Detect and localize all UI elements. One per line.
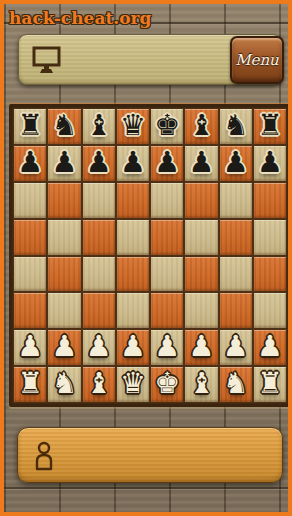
square-f2[interactable]: ♟ <box>185 330 217 365</box>
square-g6[interactable] <box>220 183 252 218</box>
black-pawn[interactable]: ♟ <box>17 148 43 177</box>
white-knight[interactable]: ♞ <box>51 369 77 398</box>
square-b1[interactable]: ♞ <box>48 367 80 402</box>
square-g2[interactable]: ♟ <box>220 330 252 365</box>
chess-board[interactable]: ♜♞♝♛♚♝♞♜♟♟♟♟♟♟♟♟♟♟♟♟♟♟♟♟♜♞♝♛♚♝♞♜ <box>12 107 288 404</box>
square-h6[interactable] <box>254 183 286 218</box>
white-pawn[interactable]: ♟ <box>51 332 77 361</box>
black-bishop[interactable]: ♝ <box>86 111 112 140</box>
square-c7[interactable]: ♟ <box>83 146 115 181</box>
computer-player-bar[interactable]: Menu <box>18 34 282 85</box>
square-f4[interactable] <box>185 257 217 292</box>
square-b3[interactable] <box>48 293 80 328</box>
square-f3[interactable] <box>185 293 217 328</box>
square-d5[interactable] <box>117 220 149 255</box>
square-d7[interactable]: ♟ <box>117 146 149 181</box>
square-a5[interactable] <box>14 220 46 255</box>
square-a1[interactable]: ♜ <box>14 367 46 402</box>
square-g1[interactable]: ♞ <box>220 367 252 402</box>
menu-button[interactable]: Menu <box>230 36 284 84</box>
square-h8[interactable]: ♜ <box>254 109 286 144</box>
black-pawn[interactable]: ♟ <box>188 148 214 177</box>
chess-board-frame: ♜♞♝♛♚♝♞♜♟♟♟♟♟♟♟♟♟♟♟♟♟♟♟♟♜♞♝♛♚♝♞♜ <box>9 104 291 407</box>
square-e2[interactable]: ♟ <box>151 330 183 365</box>
black-pawn[interactable]: ♟ <box>120 148 146 177</box>
square-e4[interactable] <box>151 257 183 292</box>
square-c6[interactable] <box>83 183 115 218</box>
square-c8[interactable]: ♝ <box>83 109 115 144</box>
square-g3[interactable] <box>220 293 252 328</box>
white-pawn[interactable]: ♟ <box>17 332 43 361</box>
white-pawn[interactable]: ♟ <box>120 332 146 361</box>
human-player-bar[interactable] <box>17 427 283 483</box>
white-rook[interactable]: ♜ <box>257 369 283 398</box>
square-f6[interactable] <box>185 183 217 218</box>
white-rook[interactable]: ♜ <box>17 369 43 398</box>
square-h1[interactable]: ♜ <box>254 367 286 402</box>
square-a2[interactable]: ♟ <box>14 330 46 365</box>
square-b5[interactable] <box>48 220 80 255</box>
square-h4[interactable] <box>254 257 286 292</box>
square-c2[interactable]: ♟ <box>83 330 115 365</box>
square-h2[interactable]: ♟ <box>254 330 286 365</box>
white-queen[interactable]: ♛ <box>120 369 146 398</box>
square-e8[interactable]: ♚ <box>151 109 183 144</box>
square-d6[interactable] <box>117 183 149 218</box>
white-bishop[interactable]: ♝ <box>188 369 214 398</box>
white-king[interactable]: ♚ <box>154 369 180 398</box>
black-king[interactable]: ♚ <box>154 111 180 140</box>
player-person-icon <box>33 441 55 471</box>
black-pawn[interactable]: ♟ <box>223 148 249 177</box>
square-c4[interactable] <box>83 257 115 292</box>
square-f1[interactable]: ♝ <box>185 367 217 402</box>
black-bishop[interactable]: ♝ <box>188 111 214 140</box>
white-bishop[interactable]: ♝ <box>86 369 112 398</box>
square-e5[interactable] <box>151 220 183 255</box>
square-h3[interactable] <box>254 293 286 328</box>
square-a4[interactable] <box>14 257 46 292</box>
square-g4[interactable] <box>220 257 252 292</box>
square-e3[interactable] <box>151 293 183 328</box>
watermark-text: hack-cheat.org <box>9 8 151 28</box>
square-g8[interactable]: ♞ <box>220 109 252 144</box>
square-b2[interactable]: ♟ <box>48 330 80 365</box>
white-pawn[interactable]: ♟ <box>188 332 214 361</box>
square-a7[interactable]: ♟ <box>14 146 46 181</box>
black-rook[interactable]: ♜ <box>257 111 283 140</box>
white-knight[interactable]: ♞ <box>223 369 249 398</box>
app-screen: hack-cheat.org Menu ♜♞♝♛♚♝♞♜♟♟♟♟♟♟♟♟♟♟♟♟… <box>0 0 292 516</box>
square-d3[interactable] <box>117 293 149 328</box>
square-e7[interactable]: ♟ <box>151 146 183 181</box>
black-pawn[interactable]: ♟ <box>51 148 77 177</box>
square-a8[interactable]: ♜ <box>14 109 46 144</box>
square-b7[interactable]: ♟ <box>48 146 80 181</box>
wood-plank-seam <box>4 487 288 489</box>
black-knight[interactable]: ♞ <box>223 111 249 140</box>
black-pawn[interactable]: ♟ <box>86 148 112 177</box>
white-pawn[interactable]: ♟ <box>154 332 180 361</box>
black-knight[interactable]: ♞ <box>51 111 77 140</box>
menu-button-label: Menu <box>235 51 279 69</box>
square-c3[interactable] <box>83 293 115 328</box>
square-b6[interactable] <box>48 183 80 218</box>
square-a6[interactable] <box>14 183 46 218</box>
black-rook[interactable]: ♜ <box>17 111 43 140</box>
black-queen[interactable]: ♛ <box>120 111 146 140</box>
white-pawn[interactable]: ♟ <box>223 332 249 361</box>
white-pawn[interactable]: ♟ <box>86 332 112 361</box>
square-c1[interactable]: ♝ <box>83 367 115 402</box>
square-d4[interactable] <box>117 257 149 292</box>
square-h7[interactable]: ♟ <box>254 146 286 181</box>
square-g5[interactable] <box>220 220 252 255</box>
square-b4[interactable] <box>48 257 80 292</box>
square-d1[interactable]: ♛ <box>117 367 149 402</box>
square-f8[interactable]: ♝ <box>185 109 217 144</box>
black-pawn[interactable]: ♟ <box>154 148 180 177</box>
square-e6[interactable] <box>151 183 183 218</box>
square-d2[interactable]: ♟ <box>117 330 149 365</box>
white-pawn[interactable]: ♟ <box>257 332 283 361</box>
square-g7[interactable]: ♟ <box>220 146 252 181</box>
square-a3[interactable] <box>14 293 46 328</box>
square-h5[interactable] <box>254 220 286 255</box>
computer-monitor-icon <box>32 46 62 75</box>
square-f5[interactable] <box>185 220 217 255</box>
square-c5[interactable] <box>83 220 115 255</box>
black-pawn[interactable]: ♟ <box>257 148 283 177</box>
square-d8[interactable]: ♛ <box>117 109 149 144</box>
square-b8[interactable]: ♞ <box>48 109 80 144</box>
square-e1[interactable]: ♚ <box>151 367 183 402</box>
square-f7[interactable]: ♟ <box>185 146 217 181</box>
